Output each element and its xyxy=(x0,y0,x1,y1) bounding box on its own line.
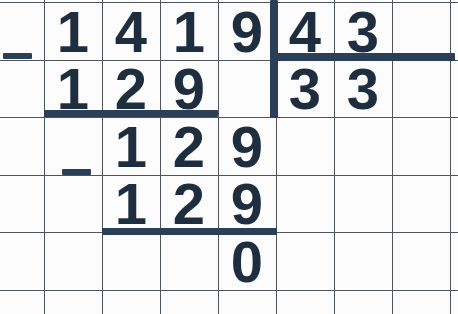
minus-sign-2 xyxy=(62,169,91,175)
digit-r3c3: 2 xyxy=(160,117,218,175)
digit-r1c2: 4 xyxy=(102,2,160,60)
digit-r5c4: 0 xyxy=(218,232,276,290)
subtraction-underline-2 xyxy=(102,228,277,235)
digit-r1c5: 4 xyxy=(276,2,334,60)
grid-line-vertical xyxy=(450,0,451,314)
minus-sign-1 xyxy=(3,53,32,59)
digit-r1c3: 1 xyxy=(160,2,218,60)
digit-r3c4: 9 xyxy=(218,117,276,175)
digit-r2c5: 3 xyxy=(276,60,334,118)
digit-r2c6: 3 xyxy=(334,60,392,118)
digit-r4c3: 2 xyxy=(160,175,218,233)
digit-r1c6: 3 xyxy=(334,2,392,60)
subtraction-underline-1 xyxy=(44,110,218,117)
digit-r4c4: 9 xyxy=(218,175,276,233)
long-division-worksheet: 141943129331291290 xyxy=(0,0,458,314)
digit-r2c2: 2 xyxy=(102,60,160,118)
grid-line-horizontal xyxy=(0,290,458,291)
grid-line-vertical xyxy=(392,0,393,314)
division-bracket-horizontal-line xyxy=(270,53,455,61)
digit-r1c4: 9 xyxy=(218,2,276,60)
digit-r2c1: 1 xyxy=(44,60,102,118)
digit-r4c2: 1 xyxy=(102,175,160,233)
digit-r2c3: 9 xyxy=(160,60,218,118)
digit-r1c1: 1 xyxy=(44,2,102,60)
digit-r3c2: 1 xyxy=(102,117,160,175)
